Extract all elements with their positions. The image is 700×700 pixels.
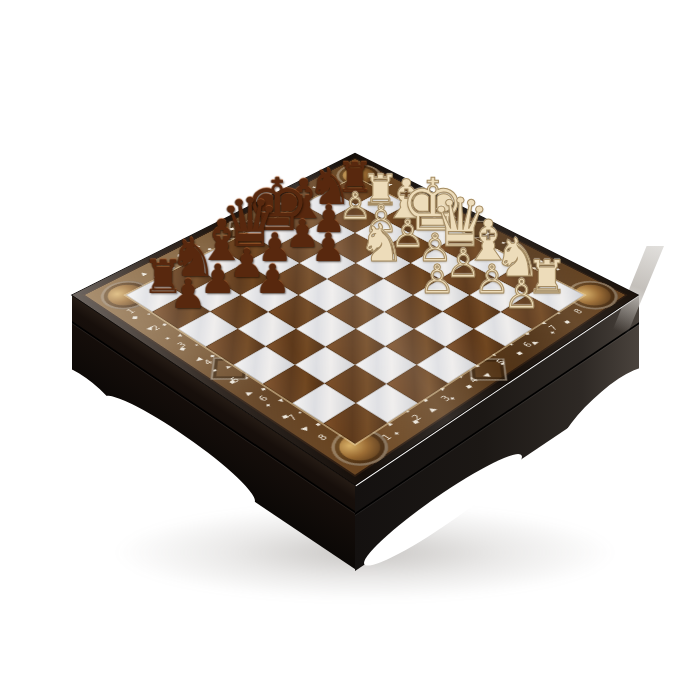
- mother-of-pearl-inlay-icon: ▲: [278, 398, 286, 403]
- mother-of-pearl-inlay-icon: ▲: [299, 426, 308, 431]
- mother-of-pearl-inlay-icon: ◆: [161, 322, 167, 326]
- mother-of-pearl-inlay-icon: ◆: [516, 351, 523, 357]
- chess-piece-white-knight[interactable]: ♞: [358, 217, 405, 270]
- mother-of-pearl-inlay-icon: ◆: [130, 315, 140, 321]
- chess-piece-white-pawn[interactable]: ♙: [419, 259, 455, 299]
- mother-of-pearl-inlay-icon: ✦: [392, 430, 404, 438]
- mother-of-pearl-inlay-icon: ▲: [244, 390, 255, 396]
- product-photo-scene: ▲◆✦▲◆✦▲◆✦▲◆✦▲◆✦▲◆✦▲◆✦▲◆✦▲◆✦▲◆✦▲◆✦▲◆✦▲◆✦▲…: [0, 0, 700, 700]
- chess-piece-black-pawn[interactable]: ♟: [311, 229, 346, 268]
- mother-of-pearl-inlay-icon: ▲: [429, 407, 440, 413]
- chess-piece-black-pawn[interactable]: ♟: [255, 259, 291, 299]
- foot-arch-cutout: [558, 354, 654, 464]
- mother-of-pearl-inlay-icon: ◆: [260, 387, 268, 392]
- chess-piece-white-pawn[interactable]: ♙: [504, 274, 540, 315]
- mother-of-pearl-inlay-icon: ✦: [162, 336, 171, 340]
- mother-of-pearl-inlay-icon: ◆: [315, 422, 321, 427]
- mother-of-pearl-inlay-icon: ◆: [564, 319, 571, 324]
- mother-of-pearl-inlay-icon: ◆: [465, 384, 473, 390]
- mother-of-pearl-inlay-icon: ✦: [145, 312, 153, 317]
- mother-of-pearl-inlay-icon: ✦: [193, 343, 201, 348]
- chess-piece-black-pawn[interactable]: ♟: [170, 274, 206, 315]
- mother-of-pearl-inlay-icon: ▲: [178, 333, 183, 337]
- mother-of-pearl-inlay-icon: ✦: [296, 410, 303, 415]
- mother-of-pearl-inlay-icon: ✦: [243, 376, 250, 380]
